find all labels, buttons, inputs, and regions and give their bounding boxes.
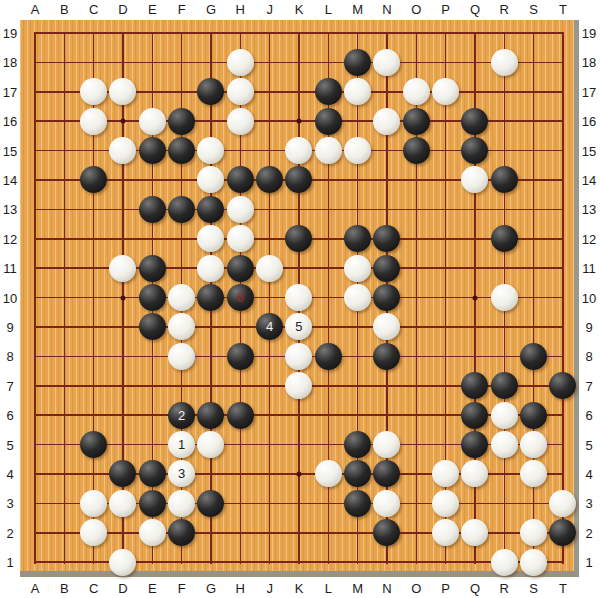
intersection-E13[interactable] <box>138 195 167 224</box>
intersection-P7[interactable] <box>431 371 460 400</box>
intersection-B17[interactable] <box>50 77 79 106</box>
intersection-F13[interactable] <box>167 195 196 224</box>
intersection-T17[interactable] <box>548 77 577 106</box>
intersection-K12[interactable] <box>284 224 313 253</box>
intersection-L15[interactable] <box>314 136 343 165</box>
intersection-P18[interactable] <box>431 48 460 77</box>
intersection-O3[interactable] <box>402 489 431 518</box>
intersection-D18[interactable] <box>108 48 137 77</box>
intersection-P4[interactable] <box>431 459 460 488</box>
intersection-N15[interactable] <box>372 136 401 165</box>
intersection-A19[interactable] <box>20 18 49 47</box>
intersection-S7[interactable] <box>519 371 548 400</box>
intersection-A11[interactable] <box>20 253 49 282</box>
intersection-F4[interactable]: 3 <box>167 459 196 488</box>
intersection-R2[interactable] <box>490 518 519 547</box>
intersection-D1[interactable] <box>108 547 137 576</box>
intersection-B3[interactable] <box>50 489 79 518</box>
intersection-L2[interactable] <box>314 518 343 547</box>
intersection-F15[interactable] <box>167 136 196 165</box>
intersection-S12[interactable] <box>519 224 548 253</box>
intersection-G11[interactable] <box>196 253 225 282</box>
intersection-B19[interactable] <box>50 18 79 47</box>
intersection-P11[interactable] <box>431 253 460 282</box>
intersection-K7[interactable] <box>284 371 313 400</box>
intersection-G8[interactable] <box>196 342 225 371</box>
intersection-H11[interactable] <box>226 253 255 282</box>
intersection-Q5[interactable] <box>460 430 489 459</box>
intersection-D3[interactable] <box>108 489 137 518</box>
intersection-J3[interactable] <box>255 489 284 518</box>
intersection-C9[interactable] <box>79 312 108 341</box>
intersection-F6[interactable]: 2 <box>167 400 196 429</box>
intersection-R13[interactable] <box>490 195 519 224</box>
intersection-H16[interactable] <box>226 106 255 135</box>
intersection-E7[interactable] <box>138 371 167 400</box>
intersection-S16[interactable] <box>519 106 548 135</box>
intersection-T5[interactable] <box>548 430 577 459</box>
intersection-D4[interactable] <box>108 459 137 488</box>
intersection-N11[interactable] <box>372 253 401 282</box>
intersection-K13[interactable] <box>284 195 313 224</box>
intersection-D2[interactable] <box>108 518 137 547</box>
intersection-H3[interactable] <box>226 489 255 518</box>
intersection-M4[interactable] <box>343 459 372 488</box>
intersection-P15[interactable] <box>431 136 460 165</box>
intersection-C13[interactable] <box>79 195 108 224</box>
intersection-Q2[interactable] <box>460 518 489 547</box>
intersection-O1[interactable] <box>402 547 431 576</box>
intersection-F14[interactable] <box>167 165 196 194</box>
intersection-B4[interactable] <box>50 459 79 488</box>
intersection-H12[interactable] <box>226 224 255 253</box>
intersection-E9[interactable] <box>138 312 167 341</box>
intersection-N8[interactable] <box>372 342 401 371</box>
intersection-T4[interactable] <box>548 459 577 488</box>
intersection-C14[interactable] <box>79 165 108 194</box>
intersection-P19[interactable] <box>431 18 460 47</box>
intersection-O18[interactable] <box>402 48 431 77</box>
intersection-H9[interactable] <box>226 312 255 341</box>
intersection-N19[interactable] <box>372 18 401 47</box>
intersection-O4[interactable] <box>402 459 431 488</box>
intersection-G13[interactable] <box>196 195 225 224</box>
intersection-J9[interactable]: 4 <box>255 312 284 341</box>
intersection-C19[interactable] <box>79 18 108 47</box>
intersection-O5[interactable] <box>402 430 431 459</box>
intersection-B2[interactable] <box>50 518 79 547</box>
intersection-E8[interactable] <box>138 342 167 371</box>
intersection-N6[interactable] <box>372 400 401 429</box>
intersection-O16[interactable] <box>402 106 431 135</box>
intersection-M6[interactable] <box>343 400 372 429</box>
intersection-S9[interactable] <box>519 312 548 341</box>
intersection-Q4[interactable] <box>460 459 489 488</box>
intersection-R12[interactable] <box>490 224 519 253</box>
intersection-R18[interactable] <box>490 48 519 77</box>
intersection-H8[interactable] <box>226 342 255 371</box>
intersection-O2[interactable] <box>402 518 431 547</box>
intersection-T18[interactable] <box>548 48 577 77</box>
intersection-D14[interactable] <box>108 165 137 194</box>
intersection-P6[interactable] <box>431 400 460 429</box>
intersection-G2[interactable] <box>196 518 225 547</box>
intersection-F8[interactable] <box>167 342 196 371</box>
intersection-A7[interactable] <box>20 371 49 400</box>
intersection-O19[interactable] <box>402 18 431 47</box>
intersection-N13[interactable] <box>372 195 401 224</box>
intersection-L19[interactable] <box>314 18 343 47</box>
intersection-J1[interactable] <box>255 547 284 576</box>
intersection-A14[interactable] <box>20 165 49 194</box>
intersection-F3[interactable] <box>167 489 196 518</box>
intersection-H14[interactable] <box>226 165 255 194</box>
intersection-S19[interactable] <box>519 18 548 47</box>
intersection-E3[interactable] <box>138 489 167 518</box>
intersection-Q1[interactable] <box>460 547 489 576</box>
intersection-B11[interactable] <box>50 253 79 282</box>
intersection-H10[interactable]: 6 <box>226 283 255 312</box>
intersection-R14[interactable] <box>490 165 519 194</box>
intersection-N16[interactable] <box>372 106 401 135</box>
intersection-N4[interactable] <box>372 459 401 488</box>
intersection-A16[interactable] <box>20 106 49 135</box>
intersection-P13[interactable] <box>431 195 460 224</box>
intersection-L3[interactable] <box>314 489 343 518</box>
intersection-O11[interactable] <box>402 253 431 282</box>
intersection-D17[interactable] <box>108 77 137 106</box>
intersection-M14[interactable] <box>343 165 372 194</box>
intersection-D8[interactable] <box>108 342 137 371</box>
intersection-H13[interactable] <box>226 195 255 224</box>
intersection-T9[interactable] <box>548 312 577 341</box>
intersection-E14[interactable] <box>138 165 167 194</box>
intersection-F1[interactable] <box>167 547 196 576</box>
intersection-D7[interactable] <box>108 371 137 400</box>
intersection-D19[interactable] <box>108 18 137 47</box>
intersection-T13[interactable] <box>548 195 577 224</box>
intersection-C11[interactable] <box>79 253 108 282</box>
intersection-D6[interactable] <box>108 400 137 429</box>
intersection-B6[interactable] <box>50 400 79 429</box>
intersection-C4[interactable] <box>79 459 108 488</box>
intersection-K10[interactable] <box>284 283 313 312</box>
intersection-R6[interactable] <box>490 400 519 429</box>
intersection-H7[interactable] <box>226 371 255 400</box>
intersection-P14[interactable] <box>431 165 460 194</box>
intersection-B1[interactable] <box>50 547 79 576</box>
intersection-A2[interactable] <box>20 518 49 547</box>
intersection-A10[interactable] <box>20 283 49 312</box>
intersection-J16[interactable] <box>255 106 284 135</box>
intersection-Q19[interactable] <box>460 18 489 47</box>
intersection-E18[interactable] <box>138 48 167 77</box>
intersection-M1[interactable] <box>343 547 372 576</box>
intersection-S8[interactable] <box>519 342 548 371</box>
intersection-E11[interactable] <box>138 253 167 282</box>
intersection-O12[interactable] <box>402 224 431 253</box>
intersection-Q3[interactable] <box>460 489 489 518</box>
intersection-K18[interactable] <box>284 48 313 77</box>
intersection-T2[interactable] <box>548 518 577 547</box>
intersection-D5[interactable] <box>108 430 137 459</box>
intersection-G15[interactable] <box>196 136 225 165</box>
intersection-Q16[interactable] <box>460 106 489 135</box>
intersection-H18[interactable] <box>226 48 255 77</box>
intersection-F17[interactable] <box>167 77 196 106</box>
intersection-G9[interactable] <box>196 312 225 341</box>
intersection-R11[interactable] <box>490 253 519 282</box>
intersection-J12[interactable] <box>255 224 284 253</box>
intersection-N2[interactable] <box>372 518 401 547</box>
intersection-H2[interactable] <box>226 518 255 547</box>
intersection-T3[interactable] <box>548 489 577 518</box>
intersection-D16[interactable] <box>108 106 137 135</box>
intersection-G10[interactable] <box>196 283 225 312</box>
intersection-S5[interactable] <box>519 430 548 459</box>
intersection-E1[interactable] <box>138 547 167 576</box>
intersection-A5[interactable] <box>20 430 49 459</box>
intersection-P8[interactable] <box>431 342 460 371</box>
intersection-Q9[interactable] <box>460 312 489 341</box>
intersection-P12[interactable] <box>431 224 460 253</box>
intersection-R15[interactable] <box>490 136 519 165</box>
intersection-M12[interactable] <box>343 224 372 253</box>
intersection-P3[interactable] <box>431 489 460 518</box>
intersection-S3[interactable] <box>519 489 548 518</box>
intersection-B18[interactable] <box>50 48 79 77</box>
intersection-D11[interactable] <box>108 253 137 282</box>
intersection-O6[interactable] <box>402 400 431 429</box>
intersection-N14[interactable] <box>372 165 401 194</box>
intersection-M9[interactable] <box>343 312 372 341</box>
intersection-Q7[interactable] <box>460 371 489 400</box>
intersection-D12[interactable] <box>108 224 137 253</box>
intersection-L5[interactable] <box>314 430 343 459</box>
intersection-Q18[interactable] <box>460 48 489 77</box>
intersection-M16[interactable] <box>343 106 372 135</box>
intersection-T6[interactable] <box>548 400 577 429</box>
intersection-L14[interactable] <box>314 165 343 194</box>
intersection-P9[interactable] <box>431 312 460 341</box>
intersection-L17[interactable] <box>314 77 343 106</box>
intersection-H19[interactable] <box>226 18 255 47</box>
intersection-Q6[interactable] <box>460 400 489 429</box>
intersection-R4[interactable] <box>490 459 519 488</box>
intersection-S14[interactable] <box>519 165 548 194</box>
intersection-P16[interactable] <box>431 106 460 135</box>
intersection-E12[interactable] <box>138 224 167 253</box>
intersection-C2[interactable] <box>79 518 108 547</box>
intersection-C1[interactable] <box>79 547 108 576</box>
intersection-J11[interactable] <box>255 253 284 282</box>
intersection-J17[interactable] <box>255 77 284 106</box>
intersection-Q12[interactable] <box>460 224 489 253</box>
intersection-C6[interactable] <box>79 400 108 429</box>
intersection-G1[interactable] <box>196 547 225 576</box>
intersection-J4[interactable] <box>255 459 284 488</box>
intersection-E2[interactable] <box>138 518 167 547</box>
intersection-J14[interactable] <box>255 165 284 194</box>
intersection-Q8[interactable] <box>460 342 489 371</box>
intersection-K6[interactable] <box>284 400 313 429</box>
intersection-J2[interactable] <box>255 518 284 547</box>
intersection-F12[interactable] <box>167 224 196 253</box>
intersection-G16[interactable] <box>196 106 225 135</box>
intersection-R16[interactable] <box>490 106 519 135</box>
intersection-E6[interactable] <box>138 400 167 429</box>
intersection-B16[interactable] <box>50 106 79 135</box>
intersection-R10[interactable] <box>490 283 519 312</box>
intersection-K14[interactable] <box>284 165 313 194</box>
intersection-T11[interactable] <box>548 253 577 282</box>
intersection-B7[interactable] <box>50 371 79 400</box>
intersection-O14[interactable] <box>402 165 431 194</box>
intersection-M7[interactable] <box>343 371 372 400</box>
intersection-T15[interactable] <box>548 136 577 165</box>
intersection-A1[interactable] <box>20 547 49 576</box>
intersection-E17[interactable] <box>138 77 167 106</box>
intersection-K1[interactable] <box>284 547 313 576</box>
intersection-J5[interactable] <box>255 430 284 459</box>
intersection-R19[interactable] <box>490 18 519 47</box>
intersection-J10[interactable] <box>255 283 284 312</box>
intersection-P10[interactable] <box>431 283 460 312</box>
intersection-G18[interactable] <box>196 48 225 77</box>
intersection-G19[interactable] <box>196 18 225 47</box>
intersection-D10[interactable] <box>108 283 137 312</box>
intersection-C12[interactable] <box>79 224 108 253</box>
intersection-Q14[interactable] <box>460 165 489 194</box>
intersection-D15[interactable] <box>108 136 137 165</box>
intersection-G14[interactable] <box>196 165 225 194</box>
intersection-S10[interactable] <box>519 283 548 312</box>
intersection-Q13[interactable] <box>460 195 489 224</box>
intersection-M8[interactable] <box>343 342 372 371</box>
intersection-S18[interactable] <box>519 48 548 77</box>
intersection-S2[interactable] <box>519 518 548 547</box>
intersection-E10[interactable] <box>138 283 167 312</box>
intersection-F2[interactable] <box>167 518 196 547</box>
intersection-L11[interactable] <box>314 253 343 282</box>
intersection-B13[interactable] <box>50 195 79 224</box>
intersection-H6[interactable] <box>226 400 255 429</box>
intersection-N5[interactable] <box>372 430 401 459</box>
intersection-S11[interactable] <box>519 253 548 282</box>
intersection-B12[interactable] <box>50 224 79 253</box>
intersection-C5[interactable] <box>79 430 108 459</box>
intersection-H1[interactable] <box>226 547 255 576</box>
intersection-M11[interactable] <box>343 253 372 282</box>
intersection-F18[interactable] <box>167 48 196 77</box>
intersection-N1[interactable] <box>372 547 401 576</box>
intersection-H4[interactable] <box>226 459 255 488</box>
intersection-O9[interactable] <box>402 312 431 341</box>
intersection-P5[interactable] <box>431 430 460 459</box>
intersection-A18[interactable] <box>20 48 49 77</box>
intersection-H5[interactable] <box>226 430 255 459</box>
intersection-A8[interactable] <box>20 342 49 371</box>
intersection-S17[interactable] <box>519 77 548 106</box>
intersection-K11[interactable] <box>284 253 313 282</box>
intersection-K8[interactable] <box>284 342 313 371</box>
intersection-L10[interactable] <box>314 283 343 312</box>
intersection-E16[interactable] <box>138 106 167 135</box>
intersection-B10[interactable] <box>50 283 79 312</box>
board-intersections[interactable]: 645213 <box>20 18 577 577</box>
intersection-F10[interactable] <box>167 283 196 312</box>
intersection-L13[interactable] <box>314 195 343 224</box>
intersection-N7[interactable] <box>372 371 401 400</box>
intersection-R5[interactable] <box>490 430 519 459</box>
intersection-N10[interactable] <box>372 283 401 312</box>
intersection-K3[interactable] <box>284 489 313 518</box>
intersection-E19[interactable] <box>138 18 167 47</box>
intersection-G17[interactable] <box>196 77 225 106</box>
intersection-C18[interactable] <box>79 48 108 77</box>
intersection-Q17[interactable] <box>460 77 489 106</box>
intersection-M15[interactable] <box>343 136 372 165</box>
intersection-K16[interactable] <box>284 106 313 135</box>
intersection-N3[interactable] <box>372 489 401 518</box>
intersection-L12[interactable] <box>314 224 343 253</box>
intersection-M18[interactable] <box>343 48 372 77</box>
intersection-N12[interactable] <box>372 224 401 253</box>
intersection-B15[interactable] <box>50 136 79 165</box>
intersection-P17[interactable] <box>431 77 460 106</box>
intersection-A12[interactable] <box>20 224 49 253</box>
intersection-T8[interactable] <box>548 342 577 371</box>
intersection-L18[interactable] <box>314 48 343 77</box>
intersection-B14[interactable] <box>50 165 79 194</box>
intersection-E15[interactable] <box>138 136 167 165</box>
intersection-F11[interactable] <box>167 253 196 282</box>
intersection-R1[interactable] <box>490 547 519 576</box>
intersection-C7[interactable] <box>79 371 108 400</box>
intersection-E4[interactable] <box>138 459 167 488</box>
intersection-G4[interactable] <box>196 459 225 488</box>
intersection-R9[interactable] <box>490 312 519 341</box>
intersection-M3[interactable] <box>343 489 372 518</box>
intersection-G7[interactable] <box>196 371 225 400</box>
intersection-A4[interactable] <box>20 459 49 488</box>
intersection-G12[interactable] <box>196 224 225 253</box>
intersection-M5[interactable] <box>343 430 372 459</box>
intersection-C10[interactable] <box>79 283 108 312</box>
intersection-K9[interactable]: 5 <box>284 312 313 341</box>
intersection-Q10[interactable] <box>460 283 489 312</box>
intersection-A15[interactable] <box>20 136 49 165</box>
intersection-L4[interactable] <box>314 459 343 488</box>
intersection-D9[interactable] <box>108 312 137 341</box>
intersection-L16[interactable] <box>314 106 343 135</box>
intersection-J8[interactable] <box>255 342 284 371</box>
intersection-C16[interactable] <box>79 106 108 135</box>
intersection-Q11[interactable] <box>460 253 489 282</box>
intersection-D13[interactable] <box>108 195 137 224</box>
intersection-L1[interactable] <box>314 547 343 576</box>
intersection-F7[interactable] <box>167 371 196 400</box>
intersection-L9[interactable] <box>314 312 343 341</box>
intersection-Q15[interactable] <box>460 136 489 165</box>
intersection-C17[interactable] <box>79 77 108 106</box>
intersection-S15[interactable] <box>519 136 548 165</box>
intersection-J18[interactable] <box>255 48 284 77</box>
intersection-O15[interactable] <box>402 136 431 165</box>
intersection-S6[interactable] <box>519 400 548 429</box>
intersection-L8[interactable] <box>314 342 343 371</box>
intersection-K2[interactable] <box>284 518 313 547</box>
